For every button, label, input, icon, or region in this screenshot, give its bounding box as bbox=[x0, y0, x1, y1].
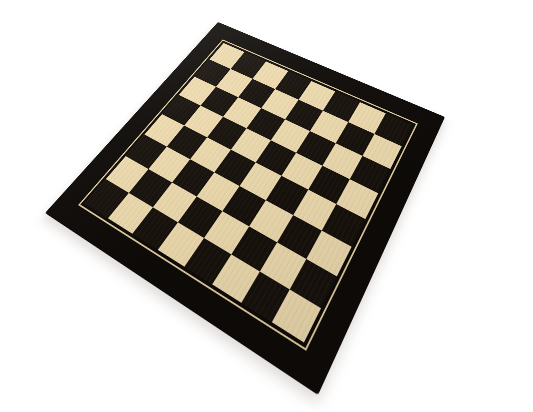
product-photo-canvas bbox=[0, 0, 533, 412]
chess-board bbox=[45, 22, 445, 395]
